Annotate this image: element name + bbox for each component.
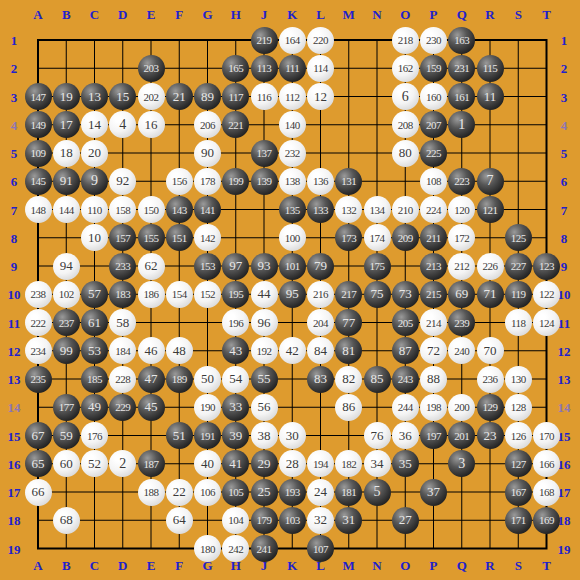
col-label-bottom-Q: Q — [457, 559, 467, 572]
stone-J9-move-93: 93 — [251, 253, 278, 280]
stone-S13-move-130: 130 — [505, 366, 532, 393]
row-label-left-16: 16 — [8, 457, 21, 470]
stone-J15-move-38: 38 — [251, 422, 278, 449]
stone-B7-move-144: 144 — [53, 196, 80, 223]
stone-K12-move-42: 42 — [279, 337, 306, 364]
stone-P2-move-159: 159 — [420, 55, 447, 82]
stone-K2-move-111: 111 — [279, 55, 306, 82]
stone-A10-move-238: 238 — [25, 281, 52, 308]
col-label-top-A: A — [33, 8, 42, 21]
stone-G5-move-90: 90 — [194, 140, 221, 167]
row-label-left-13: 13 — [8, 373, 21, 386]
col-label-bottom-E: E — [147, 559, 156, 572]
row-label-left-7: 7 — [11, 203, 18, 216]
stone-O11-move-205: 205 — [392, 309, 419, 336]
stone-J1-move-219: 219 — [251, 27, 278, 54]
col-label-bottom-A: A — [33, 559, 42, 572]
stone-N7-move-134: 134 — [364, 196, 391, 223]
stone-J3-move-116: 116 — [251, 83, 278, 110]
stone-A13-move-235: 235 — [25, 366, 52, 393]
stone-M14-move-86: 86 — [335, 394, 362, 421]
stone-E13-move-47: 47 — [138, 366, 165, 393]
stone-J18-move-179: 179 — [251, 507, 278, 534]
stone-J17-move-25: 25 — [251, 479, 278, 506]
stone-P11-move-214: 214 — [420, 309, 447, 336]
stone-F10-move-154: 154 — [166, 281, 193, 308]
col-label-bottom-B: B — [62, 559, 71, 572]
stone-J10-move-44: 44 — [251, 281, 278, 308]
stone-T9-move-123: 123 — [533, 253, 560, 280]
stone-E2-move-203: 203 — [138, 55, 165, 82]
stone-P6-move-108: 108 — [420, 168, 447, 195]
stone-H2-move-165: 165 — [222, 55, 249, 82]
stone-B10-move-102: 102 — [53, 281, 80, 308]
stone-H18-move-104: 104 — [222, 507, 249, 534]
stone-T10-move-122: 122 — [533, 281, 560, 308]
col-label-top-C: C — [90, 8, 99, 21]
stone-J11-move-96: 96 — [251, 309, 278, 336]
row-label-left-9: 9 — [11, 260, 18, 273]
stone-F12-move-48: 48 — [166, 337, 193, 364]
stone-O16-move-35: 35 — [392, 450, 419, 477]
row-label-left-15: 15 — [8, 429, 21, 442]
stone-R6-move-7: 7 — [477, 168, 504, 195]
stone-O14-move-244: 244 — [392, 394, 419, 421]
stone-G15-move-191: 191 — [194, 422, 221, 449]
stone-K4-move-140: 140 — [279, 111, 306, 138]
row-label-right-6: 6 — [561, 175, 568, 188]
stone-A16-move-65: 65 — [25, 450, 52, 477]
stone-S16-move-127: 127 — [505, 450, 532, 477]
stone-F3-move-21: 21 — [166, 83, 193, 110]
stone-O18-move-27: 27 — [392, 507, 419, 534]
stone-Q6-move-223: 223 — [448, 168, 475, 195]
col-label-top-J: J — [261, 8, 268, 21]
stone-L6-move-136: 136 — [307, 168, 334, 195]
stone-A7-move-148: 148 — [25, 196, 52, 223]
stone-R2-move-115: 115 — [477, 55, 504, 82]
stone-Q1-move-163: 163 — [448, 27, 475, 54]
stone-G10-move-152: 152 — [194, 281, 221, 308]
col-label-top-Q: Q — [457, 8, 467, 21]
stone-L3-move-12: 12 — [307, 83, 334, 110]
row-label-right-2: 2 — [561, 62, 568, 75]
stone-A15-move-67: 67 — [25, 422, 52, 449]
stone-K17-move-193: 193 — [279, 479, 306, 506]
stone-K10-move-95: 95 — [279, 281, 306, 308]
col-label-top-P: P — [430, 8, 438, 21]
row-label-left-14: 14 — [8, 401, 21, 414]
stone-B11-move-237: 237 — [53, 309, 80, 336]
stone-R14-move-129: 129 — [477, 394, 504, 421]
stone-F6-move-156: 156 — [166, 168, 193, 195]
row-label-left-18: 18 — [8, 514, 21, 527]
stone-K5-move-232: 232 — [279, 140, 306, 167]
row-label-left-11: 11 — [8, 316, 20, 329]
row-label-right-4: 4 — [561, 118, 568, 131]
stone-R3-move-11: 11 — [477, 83, 504, 110]
stone-R7-move-121: 121 — [477, 196, 504, 223]
stone-R9-move-226: 226 — [477, 253, 504, 280]
stone-O1-move-218: 218 — [392, 27, 419, 54]
col-label-bottom-P: P — [430, 559, 438, 572]
stone-S9-move-227: 227 — [505, 253, 532, 280]
stone-N17-move-5: 5 — [364, 479, 391, 506]
stone-N16-move-34: 34 — [364, 450, 391, 477]
stone-G9-move-153: 153 — [194, 253, 221, 280]
stone-F8-move-151: 151 — [166, 224, 193, 251]
stone-L7-move-133: 133 — [307, 196, 334, 223]
row-label-right-13: 13 — [558, 373, 571, 386]
stone-M13-move-82: 82 — [335, 366, 362, 393]
row-label-left-2: 2 — [11, 62, 18, 75]
stone-H13-move-54: 54 — [222, 366, 249, 393]
stone-E3-move-202: 202 — [138, 83, 165, 110]
stone-C10-move-57: 57 — [81, 281, 108, 308]
stone-M10-move-217: 217 — [335, 281, 362, 308]
row-label-left-3: 3 — [11, 90, 18, 103]
row-label-left-1: 1 — [11, 34, 18, 47]
stone-B6-move-91: 91 — [53, 168, 80, 195]
stone-A11-move-222: 222 — [25, 309, 52, 336]
col-label-bottom-C: C — [90, 559, 99, 572]
stone-S11-move-118: 118 — [505, 309, 532, 336]
row-label-right-19: 19 — [558, 542, 571, 555]
stone-B16-move-60: 60 — [53, 450, 80, 477]
stone-B5-move-18: 18 — [53, 140, 80, 167]
stone-M18-move-31: 31 — [335, 507, 362, 534]
stone-B3-move-19: 19 — [53, 83, 80, 110]
stone-R13-move-236: 236 — [477, 366, 504, 393]
stone-C6-move-9: 9 — [81, 168, 108, 195]
stone-G3-move-89: 89 — [194, 83, 221, 110]
row-label-left-10: 10 — [8, 288, 21, 301]
stone-L9-move-79: 79 — [307, 253, 334, 280]
stone-M17-move-181: 181 — [335, 479, 362, 506]
stone-C5-move-20: 20 — [81, 140, 108, 167]
stone-C13-move-185: 185 — [81, 366, 108, 393]
stone-P14-move-198: 198 — [420, 394, 447, 421]
stone-A12-move-234: 234 — [25, 337, 52, 364]
stone-J16-move-29: 29 — [251, 450, 278, 477]
stone-M6-move-131: 131 — [335, 168, 362, 195]
stone-K16-move-28: 28 — [279, 450, 306, 477]
stone-F15-move-51: 51 — [166, 422, 193, 449]
stone-O4-move-208: 208 — [392, 111, 419, 138]
stone-N10-move-75: 75 — [364, 281, 391, 308]
stone-E4-move-16: 16 — [138, 111, 165, 138]
stone-R10-move-71: 71 — [477, 281, 504, 308]
stone-A4-move-149: 149 — [25, 111, 52, 138]
stone-Q14-move-200: 200 — [448, 394, 475, 421]
stone-T17-move-168: 168 — [533, 479, 560, 506]
stone-O5-move-80: 80 — [392, 140, 419, 167]
col-label-top-N: N — [372, 8, 381, 21]
col-label-top-K: K — [287, 8, 297, 21]
stone-L2-move-114: 114 — [307, 55, 334, 82]
row-label-right-7: 7 — [561, 203, 568, 216]
stone-G7-move-141: 141 — [194, 196, 221, 223]
stone-E10-move-186: 186 — [138, 281, 165, 308]
stone-L11-move-204: 204 — [307, 309, 334, 336]
stone-E8-move-155: 155 — [138, 224, 165, 251]
stone-Q10-move-69: 69 — [448, 281, 475, 308]
stone-D14-move-229: 229 — [109, 394, 136, 421]
stone-O13-move-243: 243 — [392, 366, 419, 393]
stone-H6-move-199: 199 — [222, 168, 249, 195]
stone-G14-move-190: 190 — [194, 394, 221, 421]
col-label-bottom-F: F — [175, 559, 183, 572]
stone-K8-move-100: 100 — [279, 224, 306, 251]
stone-B15-move-59: 59 — [53, 422, 80, 449]
stone-P13-move-88: 88 — [420, 366, 447, 393]
col-label-bottom-D: D — [118, 559, 127, 572]
stone-T15-move-170: 170 — [533, 422, 560, 449]
stone-K1-move-164: 164 — [279, 27, 306, 54]
stone-G13-move-50: 50 — [194, 366, 221, 393]
stone-O8-move-209: 209 — [392, 224, 419, 251]
row-label-left-12: 12 — [8, 344, 21, 357]
row-label-left-6: 6 — [11, 175, 18, 188]
col-label-bottom-O: O — [400, 559, 410, 572]
stone-B9-move-94: 94 — [53, 253, 80, 280]
stone-A17-move-66: 66 — [25, 479, 52, 506]
stone-K18-move-103: 103 — [279, 507, 306, 534]
stone-D9-move-233: 233 — [109, 253, 136, 280]
stone-D13-move-228: 228 — [109, 366, 136, 393]
stone-B12-move-99: 99 — [53, 337, 80, 364]
stone-C11-move-61: 61 — [81, 309, 108, 336]
col-label-bottom-T: T — [542, 559, 551, 572]
row-label-left-4: 4 — [11, 118, 18, 131]
stone-K7-move-135: 135 — [279, 196, 306, 223]
row-label-right-5: 5 — [561, 147, 568, 160]
stone-P3-move-160: 160 — [420, 83, 447, 110]
col-label-top-F: F — [175, 8, 183, 21]
stone-O15-move-36: 36 — [392, 422, 419, 449]
stone-R12-move-70: 70 — [477, 337, 504, 364]
stone-K3-move-112: 112 — [279, 83, 306, 110]
stone-J19-move-241: 241 — [251, 535, 278, 562]
stone-P1-move-230: 230 — [420, 27, 447, 54]
stone-B18-move-68: 68 — [53, 507, 80, 534]
stone-L10-move-216: 216 — [307, 281, 334, 308]
stone-S18-move-171: 171 — [505, 507, 532, 534]
stone-K15-move-30: 30 — [279, 422, 306, 449]
stone-Q9-move-212: 212 — [448, 253, 475, 280]
col-label-top-T: T — [542, 8, 551, 21]
col-label-bottom-R: R — [485, 559, 494, 572]
stone-G19-move-180: 180 — [194, 535, 221, 562]
row-label-right-12: 12 — [558, 344, 571, 357]
stone-H17-move-105: 105 — [222, 479, 249, 506]
stone-J6-move-139: 139 — [251, 168, 278, 195]
stone-K9-move-101: 101 — [279, 253, 306, 280]
stone-Q2-move-231: 231 — [448, 55, 475, 82]
stone-P15-move-197: 197 — [420, 422, 447, 449]
col-label-bottom-N: N — [372, 559, 381, 572]
stone-J14-move-56: 56 — [251, 394, 278, 421]
stone-E12-move-46: 46 — [138, 337, 165, 364]
stone-S10-move-119: 119 — [505, 281, 532, 308]
stone-J12-move-192: 192 — [251, 337, 278, 364]
stone-R15-move-23: 23 — [477, 422, 504, 449]
row-label-right-3: 3 — [561, 90, 568, 103]
stone-F17-move-22: 22 — [166, 479, 193, 506]
stone-T11-move-124: 124 — [533, 309, 560, 336]
stone-D10-move-183: 183 — [109, 281, 136, 308]
stone-P10-move-215: 215 — [420, 281, 447, 308]
stone-H14-move-33: 33 — [222, 394, 249, 421]
stone-P5-move-225: 225 — [420, 140, 447, 167]
col-label-top-D: D — [118, 8, 127, 21]
stone-N8-move-174: 174 — [364, 224, 391, 251]
go-board: AABBCCDDEEFFGGHHJJKKLLMMNNOOPPQQRRSSTT11… — [0, 0, 580, 580]
stone-O2-move-162: 162 — [392, 55, 419, 82]
kifu-page: { "game": "go", "board_size": 19, "view"… — [0, 0, 580, 580]
stone-G6-move-178: 178 — [194, 168, 221, 195]
stone-O12-move-87: 87 — [392, 337, 419, 364]
col-label-top-O: O — [400, 8, 410, 21]
stone-S8-move-125: 125 — [505, 224, 532, 251]
stone-H9-move-97: 97 — [222, 253, 249, 280]
stone-B14-move-177: 177 — [53, 394, 80, 421]
stone-A3-move-147: 147 — [25, 83, 52, 110]
stone-F18-move-64: 64 — [166, 507, 193, 534]
col-label-top-G: G — [202, 8, 212, 21]
row-label-left-17: 17 — [8, 486, 21, 499]
row-label-right-1: 1 — [561, 34, 568, 47]
col-label-top-R: R — [485, 8, 494, 21]
stone-C7-move-110: 110 — [81, 196, 108, 223]
stone-L18-move-32: 32 — [307, 507, 334, 534]
stone-D6-move-92: 92 — [109, 168, 136, 195]
stone-C15-move-176: 176 — [81, 422, 108, 449]
stone-L1-move-220: 220 — [307, 27, 334, 54]
stone-A6-move-145: 145 — [25, 168, 52, 195]
stone-L13-move-83: 83 — [307, 366, 334, 393]
stone-E14-move-45: 45 — [138, 394, 165, 421]
row-label-left-5: 5 — [11, 147, 18, 160]
stone-P17-move-37: 37 — [420, 479, 447, 506]
stone-T18-move-169: 169 — [533, 507, 560, 534]
row-label-right-14: 14 — [558, 401, 571, 414]
stone-L19-move-107: 107 — [307, 535, 334, 562]
stone-K6-move-138: 138 — [279, 168, 306, 195]
stone-N9-move-175: 175 — [364, 253, 391, 280]
stone-A5-move-109: 109 — [25, 140, 52, 167]
col-label-bottom-M: M — [343, 559, 355, 572]
stone-E7-move-150: 150 — [138, 196, 165, 223]
row-label-right-9: 9 — [561, 260, 568, 273]
stone-G17-move-106: 106 — [194, 479, 221, 506]
stone-E16-move-187: 187 — [138, 450, 165, 477]
stone-N13-move-85: 85 — [364, 366, 391, 393]
col-label-top-L: L — [316, 8, 325, 21]
col-label-top-M: M — [343, 8, 355, 21]
stone-O10-move-73: 73 — [392, 281, 419, 308]
stone-N15-move-76: 76 — [364, 422, 391, 449]
col-label-bottom-S: S — [515, 559, 522, 572]
stone-C14-move-49: 49 — [81, 394, 108, 421]
row-label-left-8: 8 — [11, 231, 18, 244]
stone-S17-move-167: 167 — [505, 479, 532, 506]
stone-O3-move-6: 6 — [392, 83, 419, 110]
stone-B4-move-17: 17 — [53, 111, 80, 138]
stone-J2-move-113: 113 — [251, 55, 278, 82]
col-label-top-E: E — [147, 8, 156, 21]
stone-J5-move-137: 137 — [251, 140, 278, 167]
row-label-left-19: 19 — [8, 542, 21, 555]
stone-F13-move-189: 189 — [166, 366, 193, 393]
stone-P7-move-224: 224 — [420, 196, 447, 223]
row-label-right-8: 8 — [561, 231, 568, 244]
stone-H10-move-195: 195 — [222, 281, 249, 308]
stone-L17-move-24: 24 — [307, 479, 334, 506]
col-label-top-S: S — [515, 8, 522, 21]
stone-F7-move-143: 143 — [166, 196, 193, 223]
stone-E17-move-188: 188 — [138, 479, 165, 506]
stone-E9-move-62: 62 — [138, 253, 165, 280]
col-label-top-H: H — [231, 8, 241, 21]
col-label-top-B: B — [62, 8, 71, 21]
stone-C3-move-13: 13 — [81, 83, 108, 110]
stone-S14-move-128: 128 — [505, 394, 532, 421]
stone-P9-move-213: 213 — [420, 253, 447, 280]
col-label-bottom-K: K — [287, 559, 297, 572]
stone-S15-move-126: 126 — [505, 422, 532, 449]
stone-O7-move-210: 210 — [392, 196, 419, 223]
stone-J13-move-55: 55 — [251, 366, 278, 393]
